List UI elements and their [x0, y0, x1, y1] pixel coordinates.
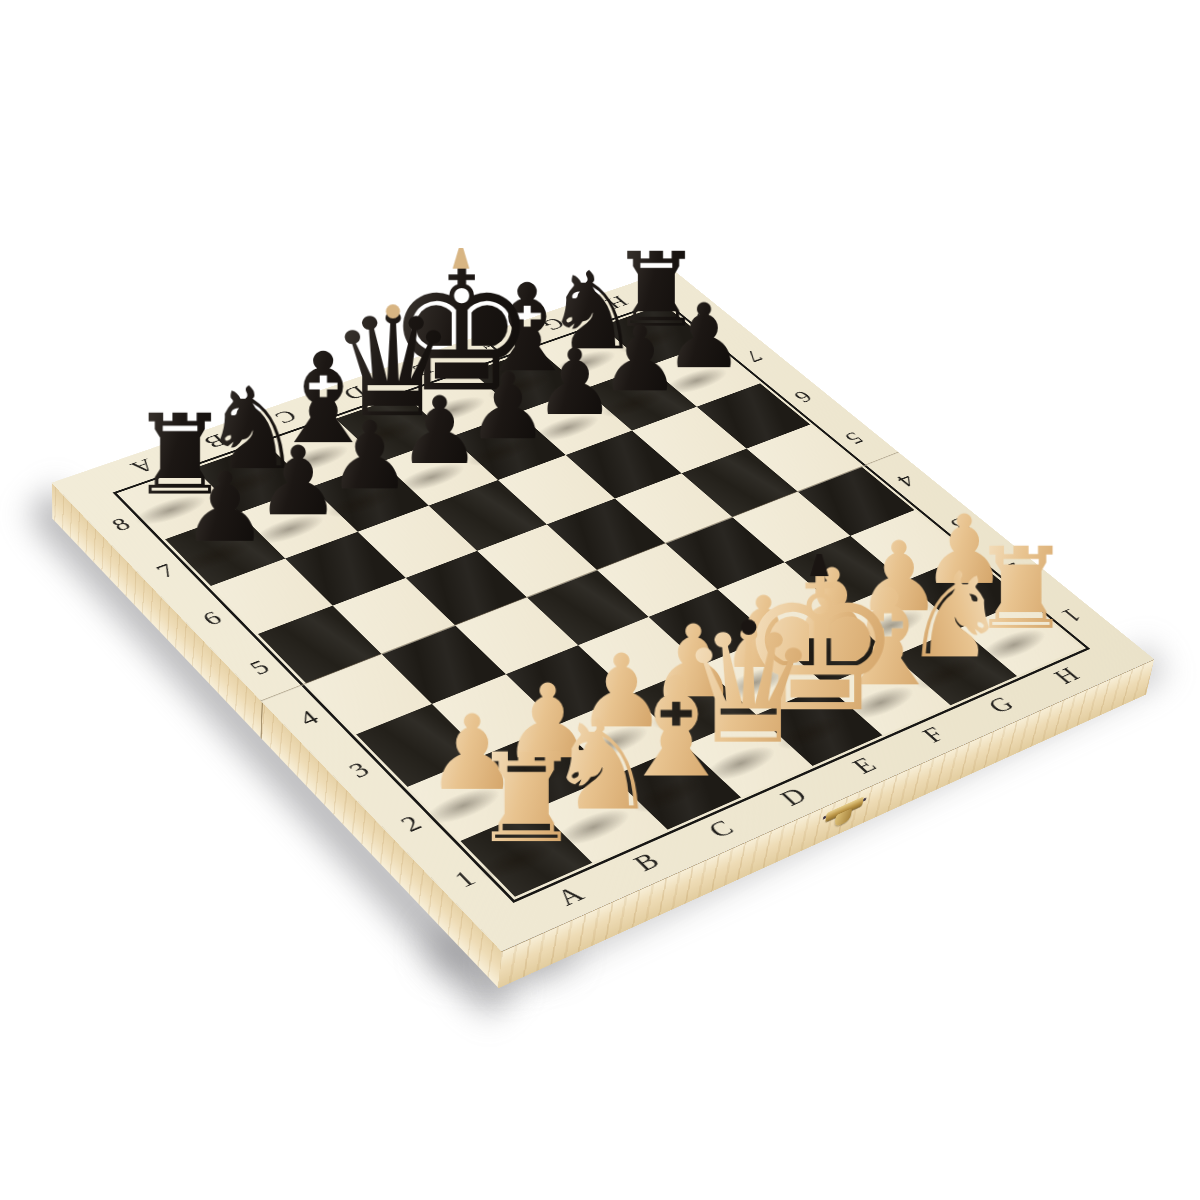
king-finial-spike: [453, 241, 470, 269]
black-pawn-glyph: ♟: [182, 459, 269, 556]
clasp-screw: [863, 797, 867, 802]
fold-seam-side: [260, 702, 262, 739]
white-rook-glyph: ♜: [471, 738, 581, 861]
photo-stage: AABBCCDDEEFFGGHH1122334455667788 ♜♞♝♛♚♝♞…: [0, 0, 1200, 1200]
chess-board: AABBCCDDEEFFGGHH1122334455667788 ♜♞♝♛♚♝♞…: [51, 269, 1154, 951]
king-finial-spike: [810, 545, 828, 576]
